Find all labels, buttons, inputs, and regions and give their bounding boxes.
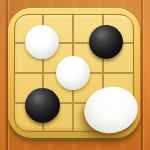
big-white-stone [80, 82, 142, 138]
black-stone [89, 25, 123, 59]
black-stone [25, 88, 60, 123]
gomoku-icon-scene [0, 0, 150, 150]
white-stone [56, 56, 90, 90]
stones-layer [0, 0, 150, 150]
white-stone [25, 25, 59, 59]
